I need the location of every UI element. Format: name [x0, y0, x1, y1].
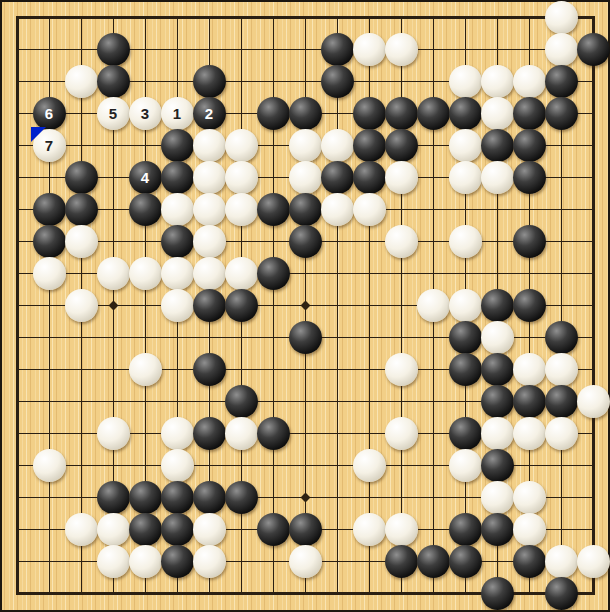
- black-stone: [289, 225, 322, 258]
- black-stone: [385, 545, 418, 578]
- black-stone: [417, 545, 450, 578]
- white-stone: [193, 545, 226, 578]
- black-stone: [577, 33, 610, 66]
- white-stone: [33, 257, 66, 290]
- white-stone: [289, 161, 322, 194]
- white-stone: [513, 417, 546, 450]
- white-stone: [385, 417, 418, 450]
- black-stone: [97, 65, 130, 98]
- black-stone-numbered: 4: [129, 161, 162, 194]
- white-stone: [481, 65, 514, 98]
- white-stone: [385, 161, 418, 194]
- white-stone: [193, 513, 226, 546]
- black-stone: [225, 289, 258, 322]
- black-stone: [545, 65, 578, 98]
- black-stone: [513, 385, 546, 418]
- white-stone: [129, 257, 162, 290]
- white-stone-numbered: 1: [161, 97, 194, 130]
- black-stone: [193, 481, 226, 514]
- white-stone: [513, 481, 546, 514]
- black-stone: [513, 129, 546, 162]
- black-stone: [513, 97, 546, 130]
- black-stone: [513, 161, 546, 194]
- white-stone: [481, 417, 514, 450]
- black-stone: [481, 449, 514, 482]
- white-stone: [97, 513, 130, 546]
- black-stone: [481, 289, 514, 322]
- white-stone: [353, 33, 386, 66]
- white-stone: [193, 161, 226, 194]
- black-stone: [481, 129, 514, 162]
- white-stone: [449, 161, 482, 194]
- star-point: [300, 300, 310, 310]
- black-stone: [481, 353, 514, 386]
- black-stone: [129, 481, 162, 514]
- black-stone: [289, 193, 322, 226]
- white-stone: [129, 545, 162, 578]
- white-stone: [385, 225, 418, 258]
- grid-line-vertical: [592, 16, 595, 595]
- white-stone: [225, 193, 258, 226]
- blue-triangle-marker: [31, 127, 46, 142]
- black-stone: [161, 545, 194, 578]
- black-stone: [545, 385, 578, 418]
- black-stone: [129, 513, 162, 546]
- black-stone: [289, 97, 322, 130]
- white-stone: [449, 225, 482, 258]
- white-stone: [481, 97, 514, 130]
- black-stone: [481, 513, 514, 546]
- black-stone: [545, 321, 578, 354]
- black-stone: [321, 65, 354, 98]
- star-point: [300, 492, 310, 502]
- white-stone-numbered: 5: [97, 97, 130, 130]
- black-stone: [417, 97, 450, 130]
- black-stone: [289, 321, 322, 354]
- black-stone: [257, 417, 290, 450]
- white-stone: [513, 65, 546, 98]
- black-stone: [161, 225, 194, 258]
- black-stone: [449, 353, 482, 386]
- white-stone: [545, 353, 578, 386]
- white-stone: [289, 129, 322, 162]
- white-stone: [289, 545, 322, 578]
- black-stone: [161, 513, 194, 546]
- black-stone: [193, 417, 226, 450]
- white-stone: [481, 321, 514, 354]
- white-stone: [225, 257, 258, 290]
- black-stone: [289, 513, 322, 546]
- white-stone: [193, 257, 226, 290]
- black-stone: [353, 129, 386, 162]
- white-stone: [161, 417, 194, 450]
- white-stone: [449, 129, 482, 162]
- white-stone: [225, 161, 258, 194]
- white-stone: [481, 481, 514, 514]
- black-stone: [353, 161, 386, 194]
- black-stone: [449, 513, 482, 546]
- black-stone: [129, 193, 162, 226]
- white-stone: [385, 353, 418, 386]
- white-stone: [513, 353, 546, 386]
- white-stone: [449, 289, 482, 322]
- white-stone: [545, 417, 578, 450]
- black-stone: [97, 481, 130, 514]
- black-stone: [97, 33, 130, 66]
- black-stone: [449, 545, 482, 578]
- white-stone: [353, 449, 386, 482]
- black-stone: [257, 513, 290, 546]
- white-stone: [545, 545, 578, 578]
- white-stone: [193, 225, 226, 258]
- white-stone: [129, 353, 162, 386]
- white-stone: [417, 289, 450, 322]
- black-stone: [193, 289, 226, 322]
- white-stone: [353, 513, 386, 546]
- white-stone: [321, 193, 354, 226]
- black-stone: [513, 225, 546, 258]
- white-stone: [385, 513, 418, 546]
- white-stone: [161, 289, 194, 322]
- white-stone: [193, 193, 226, 226]
- white-stone: [353, 193, 386, 226]
- black-stone: [257, 193, 290, 226]
- white-stone: [161, 449, 194, 482]
- black-stone: [33, 225, 66, 258]
- black-stone: [225, 481, 258, 514]
- white-stone: [449, 449, 482, 482]
- white-stone: [161, 257, 194, 290]
- white-stone: [97, 257, 130, 290]
- white-stone: [65, 513, 98, 546]
- black-stone: [481, 577, 514, 610]
- white-stone: [65, 289, 98, 322]
- black-stone: [385, 129, 418, 162]
- white-stone: [321, 129, 354, 162]
- black-stone: [481, 385, 514, 418]
- black-stone: [353, 97, 386, 130]
- black-stone: [545, 577, 578, 610]
- white-stone: [481, 161, 514, 194]
- white-stone: [513, 513, 546, 546]
- white-stone-numbered: 3: [129, 97, 162, 130]
- black-stone: [321, 161, 354, 194]
- grid-line-vertical: [337, 16, 338, 595]
- black-stone: [33, 193, 66, 226]
- white-stone: [225, 417, 258, 450]
- go-board[interactable]: 6531274: [0, 0, 610, 612]
- white-stone: [97, 545, 130, 578]
- black-stone-numbered: 2: [193, 97, 226, 130]
- white-stone: [225, 129, 258, 162]
- black-stone: [161, 161, 194, 194]
- black-stone: [513, 289, 546, 322]
- white-stone: [33, 449, 66, 482]
- white-stone: [65, 225, 98, 258]
- black-stone: [161, 481, 194, 514]
- black-stone: [545, 97, 578, 130]
- black-stone: [257, 97, 290, 130]
- black-stone: [161, 129, 194, 162]
- white-stone: [449, 65, 482, 98]
- black-stone: [449, 321, 482, 354]
- white-stone: [161, 193, 194, 226]
- white-stone: [97, 417, 130, 450]
- black-stone: [513, 545, 546, 578]
- black-stone: [385, 97, 418, 130]
- black-stone: [225, 385, 258, 418]
- black-stone: [65, 193, 98, 226]
- white-stone: [545, 33, 578, 66]
- black-stone: [193, 65, 226, 98]
- black-stone: [257, 257, 290, 290]
- black-stone: [449, 417, 482, 450]
- white-stone: [385, 33, 418, 66]
- black-stone: [193, 353, 226, 386]
- black-stone: [65, 161, 98, 194]
- black-stone: [449, 97, 482, 130]
- black-stone-numbered: 6: [33, 97, 66, 130]
- white-stone: [577, 385, 610, 418]
- white-stone: [193, 129, 226, 162]
- black-stone: [321, 33, 354, 66]
- star-point: [108, 300, 118, 310]
- white-stone: [577, 545, 610, 578]
- white-stone: [65, 65, 98, 98]
- white-stone: [545, 1, 578, 34]
